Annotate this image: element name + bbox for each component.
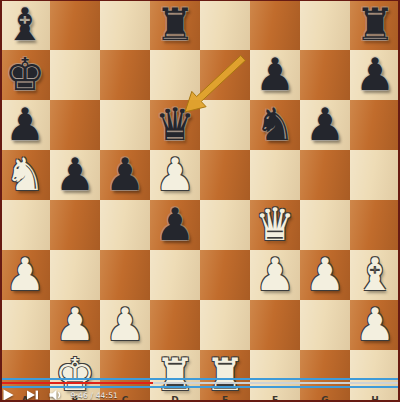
time-display: 9:46 / 44:51 — [71, 391, 119, 400]
play-icon[interactable] — [4, 389, 14, 400]
video-player[interactable]: ABCDEFGH ♝♜♜♚♟♟♟♛♞♟♞♟♟♟♟♛♟♟♟♝♟♟♟♚♜♜ 9:46… — [0, 0, 400, 402]
file-coordinates: ABCDEFGH — [0, 0, 400, 402]
volume-icon[interactable] — [50, 390, 60, 400]
next-icon[interactable] — [27, 391, 38, 400]
progress-played — [0, 382, 153, 385]
progress-bar[interactable] — [0, 382, 400, 385]
frame-border-top — [0, 0, 400, 1]
frame-border-left — [0, 0, 2, 402]
annotation-line-top — [0, 378, 400, 380]
